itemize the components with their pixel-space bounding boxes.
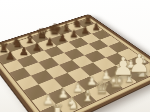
- black-pawn[interactable]: ♟: [57, 33, 66, 43]
- black-pawn[interactable]: ♟: [81, 25, 90, 35]
- square-a7[interactable]: ♟: [0, 52, 17, 64]
- black-pawn[interactable]: ♟: [92, 22, 101, 32]
- black-pawn[interactable]: ♟: [69, 29, 78, 39]
- black-pawn[interactable]: ♟: [32, 41, 42, 52]
- white-knight[interactable]: ♞: [66, 95, 80, 111]
- black-pawn[interactable]: ♟: [19, 46, 29, 57]
- white-bishop[interactable]: ♝: [81, 88, 95, 103]
- table-surface: ♜♞♝♛♚♝♞♜♟♟♟♟♟♟♟♟♟♟♟♟♟♟♟♟♜♞♝♛♚♝♞♜ ♟♟: [0, 0, 150, 112]
- black-pawn[interactable]: ♟: [5, 50, 15, 61]
- white-rook[interactable]: ♜: [50, 103, 63, 112]
- white-pawn-spare[interactable]: ♟: [128, 51, 150, 76]
- black-pawn[interactable]: ♟: [45, 37, 54, 47]
- white-queen[interactable]: ♛: [95, 80, 111, 97]
